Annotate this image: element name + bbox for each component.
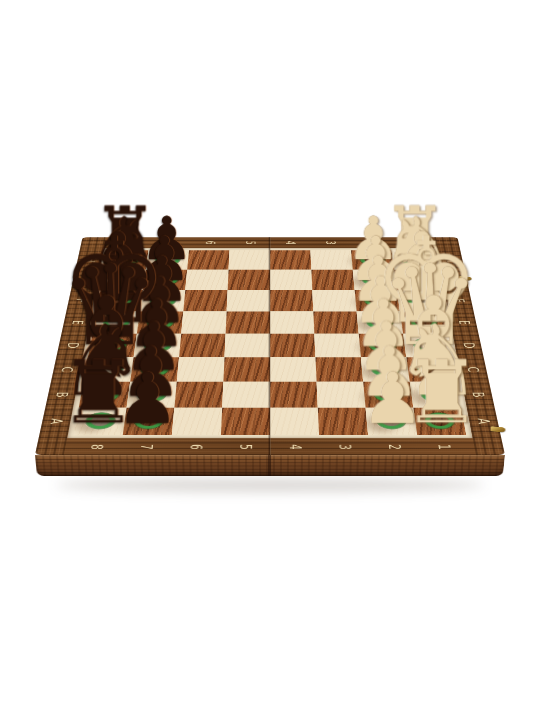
square-g4	[270, 270, 312, 290]
rank-label-bottom-8: 8	[70, 438, 122, 455]
front-edge-seam	[268, 455, 271, 476]
file-label-text: H	[82, 258, 98, 262]
rank-label-text: 7	[162, 241, 177, 245]
square-d5	[225, 334, 270, 357]
fold-seam	[268, 237, 271, 455]
file-label-text: E	[68, 320, 85, 324]
rank-label-text: 7	[137, 444, 155, 449]
rank-label-text: 2	[385, 444, 403, 449]
rank-label-text: 1	[434, 444, 453, 449]
square-h6	[187, 250, 229, 269]
rank-label-bottom-4: 4	[270, 438, 320, 455]
rank-label-bottom-6: 6	[170, 438, 221, 455]
file-label-text: C	[464, 367, 482, 372]
file-label-text: H	[443, 258, 459, 262]
rank-label-text: 5	[243, 241, 258, 245]
square-e6	[181, 311, 226, 333]
rank-label-text: 3	[335, 444, 353, 449]
rank-label-text: 6	[186, 444, 204, 449]
rank-label-text: 5	[236, 444, 254, 449]
black-rook-glyph: ♜	[59, 349, 136, 435]
chess-board: 8877665544332211HHGGFFEEDDCCBBAA ♜♞♝♛♚♝♞…	[35, 237, 505, 455]
brass-clasp-2	[491, 426, 506, 432]
rank-label-text: 6	[202, 241, 217, 245]
file-label-text: F	[73, 299, 89, 303]
board-front-edge	[35, 455, 505, 476]
file-label-text: G	[447, 277, 463, 282]
rank-label-top-4: 4	[270, 237, 310, 248]
file-label-text: B	[53, 392, 71, 397]
file-label-text: D	[459, 343, 476, 348]
rank-label-top-6: 6	[189, 237, 230, 248]
file-label-text: A	[47, 418, 66, 424]
chess-set-photo: 8877665544332211HHGGFFEEDDCCBBAA ♜♞♝♛♚♝♞…	[0, 0, 540, 720]
square-e5	[226, 311, 270, 333]
file-label-text: D	[63, 343, 80, 348]
rank-label-bottom-3: 3	[319, 438, 370, 455]
square-h4	[270, 250, 311, 269]
file-label-text: G	[77, 277, 93, 282]
square-f5	[227, 290, 270, 311]
rank-label-text: 2	[363, 241, 378, 245]
square-g5	[228, 270, 270, 290]
file-label-text: F	[451, 299, 467, 303]
rank-label-text: 4	[283, 241, 298, 245]
file-label-text: C	[58, 367, 76, 372]
file-label-text: A	[474, 418, 493, 424]
rank-label-text: 1	[403, 241, 418, 245]
rank-label-bottom-7: 7	[120, 438, 172, 455]
piece-white-rook-a1: ♜	[413, 408, 466, 435]
square-d6	[179, 334, 226, 357]
rank-label-top-5: 5	[230, 237, 270, 248]
piece-black-rook-a8: ♜	[74, 408, 127, 435]
square-f6	[183, 290, 227, 311]
square-g6	[185, 270, 228, 290]
rank-label-bottom-1: 1	[418, 438, 470, 455]
square-h5	[229, 250, 270, 269]
square-d4	[270, 334, 315, 357]
rank-label-top-3: 3	[310, 237, 351, 248]
rank-label-text: 8	[122, 241, 137, 245]
board-shadow	[55, 478, 485, 492]
file-label-text: B	[469, 392, 487, 397]
square-e4	[270, 311, 314, 333]
rank-label-text: 3	[323, 241, 338, 245]
rank-label-bottom-2: 2	[368, 438, 420, 455]
rank-label-bottom-5: 5	[220, 438, 270, 455]
file-label-text: E	[455, 320, 472, 324]
rank-label-text: 4	[286, 444, 304, 449]
rank-label-text: 8	[87, 444, 106, 449]
square-f4	[270, 290, 313, 311]
